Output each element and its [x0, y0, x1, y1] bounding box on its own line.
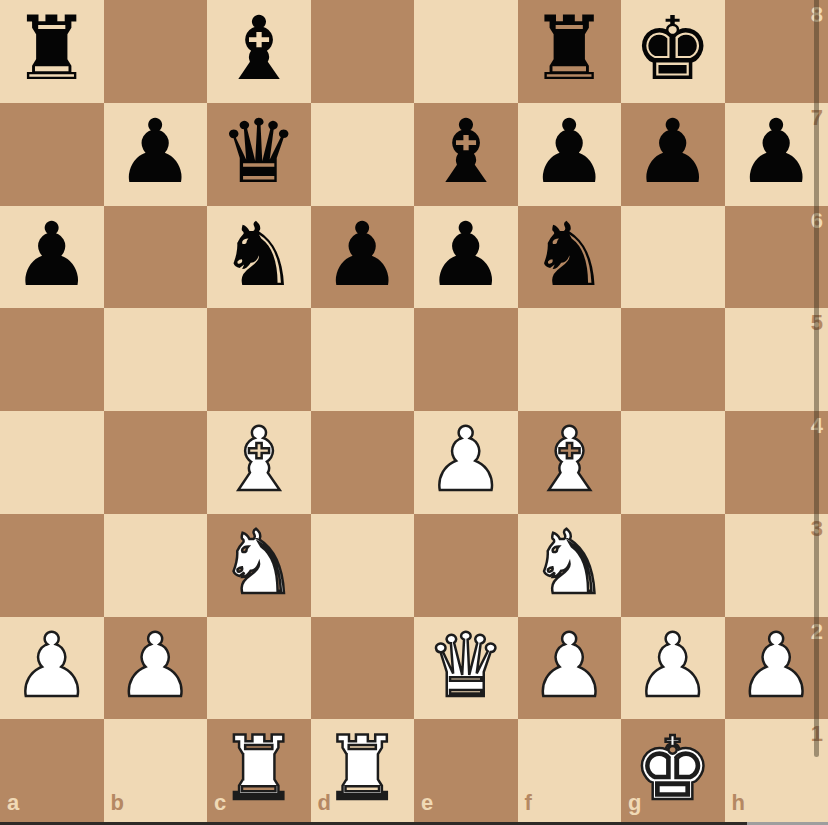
square-c3[interactable]: ♞: [207, 514, 311, 617]
square-h6[interactable]: 6: [725, 206, 828, 309]
square-a7[interactable]: [0, 103, 104, 206]
chess-app-viewport: ♜♝♜♚8♟♛♝♟♟7♟♟♞♟♟♞65♝♟♝4♞♞3♟♟♛♟♟2♟abc♜d♜e…: [0, 0, 828, 825]
square-f1[interactable]: f: [518, 719, 622, 822]
piece-black-pawn-e6[interactable]: ♟: [426, 211, 505, 299]
square-a4[interactable]: [0, 411, 104, 514]
square-e3[interactable]: [414, 514, 518, 617]
piece-white-pawn-h2[interactable]: ♟: [737, 622, 816, 710]
square-f4[interactable]: ♝: [518, 411, 622, 514]
square-d8[interactable]: [311, 0, 415, 103]
file-label-a: a: [7, 792, 19, 814]
piece-black-bishop-c8[interactable]: ♝: [219, 5, 298, 93]
square-e5[interactable]: [414, 308, 518, 411]
square-e1[interactable]: e: [414, 719, 518, 822]
piece-black-rook-f8[interactable]: ♜: [530, 5, 609, 93]
piece-white-pawn-g2[interactable]: ♟: [633, 622, 712, 710]
square-f2[interactable]: ♟: [518, 617, 622, 720]
file-label-h: h: [732, 792, 745, 814]
square-e2[interactable]: ♛: [414, 617, 518, 720]
square-g6[interactable]: [621, 206, 725, 309]
square-e7[interactable]: ♝: [414, 103, 518, 206]
piece-black-king-g8[interactable]: ♚: [633, 5, 712, 93]
square-b8[interactable]: [104, 0, 208, 103]
square-h7[interactable]: 7♟: [725, 103, 828, 206]
square-f6[interactable]: ♞: [518, 206, 622, 309]
square-d3[interactable]: [311, 514, 415, 617]
piece-white-pawn-b2[interactable]: ♟: [116, 622, 195, 710]
square-d6[interactable]: ♟: [311, 206, 415, 309]
piece-white-bishop-f4[interactable]: ♝: [530, 416, 609, 504]
square-f7[interactable]: ♟: [518, 103, 622, 206]
square-c4[interactable]: ♝: [207, 411, 311, 514]
square-a3[interactable]: [0, 514, 104, 617]
square-h4[interactable]: 4: [725, 411, 828, 514]
square-b2[interactable]: ♟: [104, 617, 208, 720]
piece-white-queen-e2[interactable]: ♛: [426, 622, 505, 710]
piece-black-pawn-b7[interactable]: ♟: [116, 108, 195, 196]
square-e6[interactable]: ♟: [414, 206, 518, 309]
square-b7[interactable]: ♟: [104, 103, 208, 206]
square-c1[interactable]: c♜: [207, 719, 311, 822]
piece-black-queen-c7[interactable]: ♛: [219, 108, 298, 196]
square-b3[interactable]: [104, 514, 208, 617]
chess-board: ♜♝♜♚8♟♛♝♟♟7♟♟♞♟♟♞65♝♟♝4♞♞3♟♟♛♟♟2♟abc♜d♜e…: [0, 0, 828, 822]
square-g5[interactable]: [621, 308, 725, 411]
square-c8[interactable]: ♝: [207, 0, 311, 103]
piece-white-rook-d1[interactable]: ♜: [323, 725, 402, 813]
square-b6[interactable]: [104, 206, 208, 309]
square-f8[interactable]: ♜: [518, 0, 622, 103]
square-a2[interactable]: ♟: [0, 617, 104, 720]
square-h3[interactable]: 3: [725, 514, 828, 617]
square-g3[interactable]: [621, 514, 725, 617]
piece-white-pawn-e4[interactable]: ♟: [426, 416, 505, 504]
piece-black-knight-c6[interactable]: ♞: [219, 211, 298, 299]
file-label-e: e: [421, 792, 433, 814]
piece-white-knight-c3[interactable]: ♞: [219, 519, 298, 607]
piece-white-pawn-a2[interactable]: ♟: [12, 622, 91, 710]
piece-white-bishop-c4[interactable]: ♝: [219, 416, 298, 504]
square-h8[interactable]: 8: [725, 0, 828, 103]
piece-white-rook-c1[interactable]: ♜: [219, 725, 298, 813]
square-b1[interactable]: b: [104, 719, 208, 822]
piece-white-pawn-f2[interactable]: ♟: [530, 622, 609, 710]
square-c2[interactable]: [207, 617, 311, 720]
piece-black-rook-a8[interactable]: ♜: [12, 5, 91, 93]
square-g4[interactable]: [621, 411, 725, 514]
square-a8[interactable]: ♜: [0, 0, 104, 103]
square-g2[interactable]: ♟: [621, 617, 725, 720]
square-d4[interactable]: [311, 411, 415, 514]
square-e4[interactable]: ♟: [414, 411, 518, 514]
square-d2[interactable]: [311, 617, 415, 720]
square-d5[interactable]: [311, 308, 415, 411]
square-d1[interactable]: d♜: [311, 719, 415, 822]
piece-white-knight-f3[interactable]: ♞: [530, 519, 609, 607]
square-h2[interactable]: 2♟: [725, 617, 828, 720]
square-g8[interactable]: ♚: [621, 0, 725, 103]
square-g1[interactable]: g♚: [621, 719, 725, 822]
square-a5[interactable]: [0, 308, 104, 411]
piece-white-king-g1[interactable]: ♚: [633, 725, 712, 813]
square-a6[interactable]: ♟: [0, 206, 104, 309]
square-h5[interactable]: 5: [725, 308, 828, 411]
piece-black-pawn-d6[interactable]: ♟: [323, 211, 402, 299]
square-c6[interactable]: ♞: [207, 206, 311, 309]
square-a1[interactable]: a: [0, 719, 104, 822]
square-b4[interactable]: [104, 411, 208, 514]
square-h1[interactable]: 1h: [725, 719, 828, 822]
file-label-f: f: [525, 792, 532, 814]
vertical-scrollbar-thumb[interactable]: [814, 0, 819, 757]
square-e8[interactable]: [414, 0, 518, 103]
piece-black-pawn-h7[interactable]: ♟: [737, 108, 816, 196]
square-b5[interactable]: [104, 308, 208, 411]
square-f3[interactable]: ♞: [518, 514, 622, 617]
piece-black-pawn-f7[interactable]: ♟: [530, 108, 609, 196]
square-g7[interactable]: ♟: [621, 103, 725, 206]
square-f5[interactable]: [518, 308, 622, 411]
file-label-b: b: [111, 792, 124, 814]
square-c5[interactable]: [207, 308, 311, 411]
piece-black-pawn-a6[interactable]: ♟: [12, 211, 91, 299]
square-c7[interactable]: ♛: [207, 103, 311, 206]
piece-black-pawn-g7[interactable]: ♟: [633, 108, 712, 196]
piece-black-bishop-e7[interactable]: ♝: [426, 108, 505, 196]
square-d7[interactable]: [311, 103, 415, 206]
piece-black-knight-f6[interactable]: ♞: [530, 211, 609, 299]
